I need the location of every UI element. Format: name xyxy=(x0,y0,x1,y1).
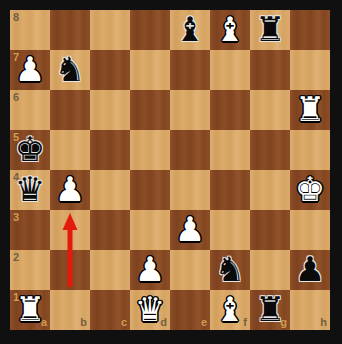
square-b8[interactable] xyxy=(50,10,90,50)
square-e7[interactable] xyxy=(170,50,210,90)
square-d3[interactable] xyxy=(130,210,170,250)
square-a2[interactable]: 2 xyxy=(10,250,50,290)
square-c7[interactable] xyxy=(90,50,130,90)
square-h7[interactable] xyxy=(290,50,330,90)
square-b6[interactable] xyxy=(50,90,90,130)
square-a6[interactable]: 6 xyxy=(10,90,50,130)
square-c4[interactable] xyxy=(90,170,130,210)
square-d5[interactable] xyxy=(130,130,170,170)
piece-black-knight-f2[interactable]: ♞ xyxy=(215,252,245,286)
square-g5[interactable] xyxy=(250,130,290,170)
square-d6[interactable] xyxy=(130,90,170,130)
square-b4[interactable]: ♟ xyxy=(50,170,90,210)
square-g8[interactable]: ♜ xyxy=(250,10,290,50)
square-d1[interactable]: d♛ xyxy=(130,290,170,330)
square-e6[interactable] xyxy=(170,90,210,130)
square-e4[interactable] xyxy=(170,170,210,210)
square-e8[interactable]: ♝ xyxy=(170,10,210,50)
square-b3[interactable] xyxy=(50,210,90,250)
square-c1[interactable]: c xyxy=(90,290,130,330)
square-d4[interactable] xyxy=(130,170,170,210)
square-h3[interactable] xyxy=(290,210,330,250)
square-b2[interactable] xyxy=(50,250,90,290)
piece-white-pawn-b4[interactable]: ♟ xyxy=(55,172,85,206)
square-b1[interactable]: b xyxy=(50,290,90,330)
square-h4[interactable]: ♚ xyxy=(290,170,330,210)
square-c3[interactable] xyxy=(90,210,130,250)
square-e2[interactable] xyxy=(170,250,210,290)
square-g7[interactable] xyxy=(250,50,290,90)
square-f7[interactable] xyxy=(210,50,250,90)
square-g6[interactable] xyxy=(250,90,290,130)
square-f8[interactable]: ♝ xyxy=(210,10,250,50)
file-label-e: e xyxy=(201,317,207,328)
piece-white-pawn-e3[interactable]: ♟ xyxy=(175,212,205,246)
piece-black-king-a5[interactable]: ♚ xyxy=(15,132,45,166)
piece-white-queen-d1[interactable]: ♛ xyxy=(135,292,165,326)
square-a8[interactable]: 8 xyxy=(10,10,50,50)
piece-black-bishop-e8[interactable]: ♝ xyxy=(175,12,205,46)
rank-label-8: 8 xyxy=(13,12,19,23)
square-a3[interactable]: 3 xyxy=(10,210,50,250)
square-g3[interactable] xyxy=(250,210,290,250)
square-c5[interactable] xyxy=(90,130,130,170)
square-g1[interactable]: g♜ xyxy=(250,290,290,330)
square-f4[interactable] xyxy=(210,170,250,210)
piece-black-queen-a4[interactable]: ♛ xyxy=(15,172,45,206)
square-a7[interactable]: 7♟ xyxy=(10,50,50,90)
chess-board: 8♝♝♜7♟♞6♜5♚4♛♟♚3♟2♟♞♟1a♜bcd♛ef♝g♜h xyxy=(10,10,330,330)
square-e3[interactable]: ♟ xyxy=(170,210,210,250)
piece-black-rook-g1[interactable]: ♜ xyxy=(255,292,285,326)
square-h2[interactable]: ♟ xyxy=(290,250,330,290)
file-label-b: b xyxy=(80,317,87,328)
rank-label-3: 3 xyxy=(13,212,19,223)
square-a5[interactable]: 5♚ xyxy=(10,130,50,170)
piece-white-rook-a1[interactable]: ♜ xyxy=(15,292,45,326)
square-h8[interactable] xyxy=(290,10,330,50)
piece-white-rook-h6[interactable]: ♜ xyxy=(295,92,325,126)
square-e1[interactable]: e xyxy=(170,290,210,330)
square-b7[interactable]: ♞ xyxy=(50,50,90,90)
square-e5[interactable] xyxy=(170,130,210,170)
square-f5[interactable] xyxy=(210,130,250,170)
square-f6[interactable] xyxy=(210,90,250,130)
piece-white-king-h4[interactable]: ♚ xyxy=(295,172,325,206)
piece-black-rook-g8[interactable]: ♜ xyxy=(255,12,285,46)
square-f1[interactable]: f♝ xyxy=(210,290,250,330)
file-label-c: c xyxy=(121,317,127,328)
square-a1[interactable]: 1a♜ xyxy=(10,290,50,330)
piece-white-bishop-f8[interactable]: ♝ xyxy=(215,12,245,46)
piece-black-knight-b7[interactable]: ♞ xyxy=(55,52,85,86)
square-f3[interactable] xyxy=(210,210,250,250)
rank-label-6: 6 xyxy=(13,92,19,103)
square-g2[interactable] xyxy=(250,250,290,290)
square-h6[interactable]: ♜ xyxy=(290,90,330,130)
square-c2[interactable] xyxy=(90,250,130,290)
square-h5[interactable] xyxy=(290,130,330,170)
file-label-h: h xyxy=(320,317,327,328)
square-f2[interactable]: ♞ xyxy=(210,250,250,290)
chess-app: 8♝♝♜7♟♞6♜5♚4♛♟♚3♟2♟♞♟1a♜bcd♛ef♝g♜h xyxy=(0,0,342,344)
piece-white-pawn-d2[interactable]: ♟ xyxy=(135,252,165,286)
square-d8[interactable] xyxy=(130,10,170,50)
piece-white-pawn-a7[interactable]: ♟ xyxy=(15,52,45,86)
square-h1[interactable]: h xyxy=(290,290,330,330)
piece-white-bishop-f1[interactable]: ♝ xyxy=(215,292,245,326)
piece-black-pawn-h2[interactable]: ♟ xyxy=(295,252,325,286)
square-d7[interactable] xyxy=(130,50,170,90)
square-c6[interactable] xyxy=(90,90,130,130)
rank-label-2: 2 xyxy=(13,252,19,263)
square-b5[interactable] xyxy=(50,130,90,170)
square-c8[interactable] xyxy=(90,10,130,50)
square-a4[interactable]: 4♛ xyxy=(10,170,50,210)
square-d2[interactable]: ♟ xyxy=(130,250,170,290)
square-g4[interactable] xyxy=(250,170,290,210)
